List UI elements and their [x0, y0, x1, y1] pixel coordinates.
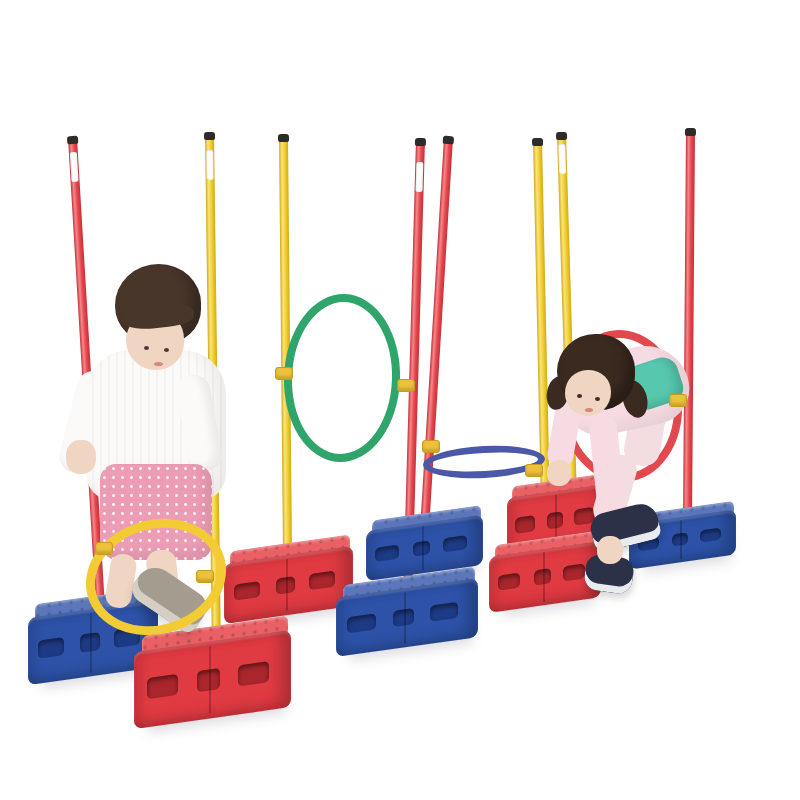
boy-mouth — [154, 362, 163, 366]
pole-label-sticker — [415, 162, 423, 192]
block-handle-slot — [347, 614, 375, 634]
hoop-clamp-4 — [397, 379, 415, 392]
hoop-clamp-1 — [95, 542, 113, 555]
girl-left-eye — [577, 394, 582, 398]
pole-end-cap — [203, 132, 214, 140]
hoop-clamp-6 — [525, 464, 543, 477]
boy-left-eye — [144, 346, 149, 350]
play-set-product-photo: Product photo: two toddlers playing on a… — [0, 0, 800, 800]
block-handle-slot — [375, 545, 398, 562]
block-unit-seam — [422, 526, 424, 570]
boy-right-eye — [164, 348, 169, 352]
pole-end-cap — [684, 128, 695, 136]
pole-end-cap — [277, 134, 288, 142]
block-handle-slot — [309, 570, 335, 590]
block-handle-slot — [498, 573, 520, 591]
base-block-blue-mid — [336, 566, 478, 657]
girl-far-hand — [547, 460, 571, 486]
hoop-clamp-7 — [669, 394, 687, 407]
pole-end-cap — [531, 138, 542, 146]
pole-end-cap — [66, 136, 77, 145]
girl-mouth — [585, 408, 593, 412]
hoop-clamp-5 — [422, 440, 440, 453]
pole-label-sticker — [558, 144, 566, 174]
boy-left-hand — [66, 440, 96, 474]
base-block-red-mid — [224, 534, 353, 624]
block-handle-slot — [238, 661, 269, 686]
girl-right-eye — [595, 397, 600, 401]
hoop-clamp-3 — [275, 367, 293, 380]
block-handle-slot — [147, 674, 178, 699]
hoop-green-upright — [281, 292, 403, 464]
block-unit-seam — [404, 592, 406, 644]
pole-end-cap — [555, 132, 566, 140]
pole-end-cap — [414, 138, 425, 146]
block-handle-slot — [515, 515, 535, 534]
block-unit-seam — [286, 559, 288, 612]
pole-end-cap — [442, 136, 453, 145]
child-girl — [535, 298, 725, 608]
hoop-clamp-2 — [196, 570, 214, 583]
block-handle-slot — [234, 581, 260, 601]
block-handle-slot — [443, 535, 466, 552]
pole-label-sticker — [69, 152, 78, 182]
block-handle-slot — [430, 602, 458, 622]
pole-label-sticker — [206, 150, 213, 180]
girl-near-hand — [597, 536, 623, 564]
